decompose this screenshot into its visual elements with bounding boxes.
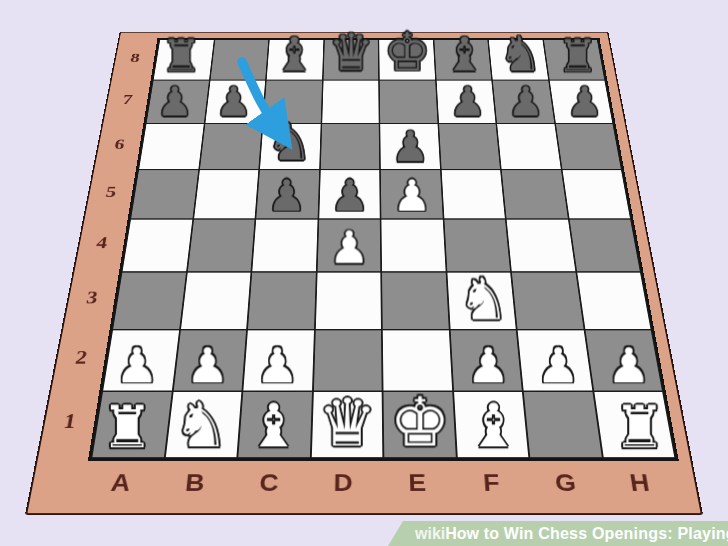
rank-label-1: 1 bbox=[42, 389, 96, 456]
file-label-h: H bbox=[599, 457, 682, 509]
square-c4 bbox=[251, 219, 318, 272]
square-f5 bbox=[440, 170, 505, 219]
square-a3 bbox=[112, 272, 186, 329]
square-b5 bbox=[193, 170, 259, 219]
wikihow-chess-illustration: 87654321 ♜♝♛♚♝♞♜♟♟♟♟♟♞♟♟♟♟♟♞♟♟♟♟♟♟♜♞♝♛♚♝… bbox=[0, 0, 728, 546]
square-d7 bbox=[321, 80, 379, 123]
move-arrow bbox=[222, 48, 306, 152]
file-label-g: G bbox=[526, 457, 606, 509]
rank-label-6: 6 bbox=[98, 122, 141, 168]
square-a2: ♟ bbox=[102, 329, 179, 391]
square-c5: ♟ bbox=[255, 170, 319, 219]
square-d1: ♛ bbox=[310, 391, 383, 458]
square-f7: ♟ bbox=[436, 80, 497, 123]
square-h4 bbox=[568, 219, 640, 272]
rank-label-4: 4 bbox=[78, 217, 125, 270]
square-f2: ♟ bbox=[449, 329, 523, 391]
square-a5 bbox=[130, 170, 198, 219]
black-pawn-a7: ♟ bbox=[146, 81, 203, 121]
square-e1: ♚ bbox=[383, 391, 457, 458]
chess-board-grid: ♜♝♛♚♝♞♜♟♟♟♟♟♞♟♟♟♟♟♞♟♟♟♟♟♟♜♞♝♛♚♝♜ bbox=[88, 38, 679, 460]
white-knight-f3: ♞ bbox=[450, 270, 516, 327]
file-label-d: D bbox=[306, 457, 381, 509]
black-bishop-f8: ♝ bbox=[436, 32, 491, 78]
white-pawn-d4: ♟ bbox=[317, 225, 380, 270]
file-label-e: E bbox=[380, 457, 456, 509]
square-h5 bbox=[561, 170, 631, 219]
white-rook-h1: ♜ bbox=[604, 398, 675, 456]
white-bishop-c1: ♝ bbox=[238, 396, 309, 456]
white-pawn-g2: ♟ bbox=[524, 341, 592, 389]
square-f3: ♞ bbox=[446, 272, 517, 329]
square-g4 bbox=[506, 219, 576, 272]
square-f4 bbox=[443, 219, 511, 272]
white-pawn-e5: ♟ bbox=[381, 174, 442, 217]
file-labels: ABCDEFGH bbox=[80, 457, 682, 509]
rank-label-8: 8 bbox=[115, 38, 155, 78]
white-pawn-c2: ♟ bbox=[243, 341, 311, 389]
rank-label-2: 2 bbox=[55, 327, 106, 389]
white-rook-a1: ♜ bbox=[92, 398, 163, 456]
square-g2: ♟ bbox=[517, 329, 593, 391]
chess-board: 87654321 ♜♝♛♚♝♞♜♟♟♟♟♟♞♟♟♟♟♟♞♟♟♟♟♟♟♜♞♝♛♚♝… bbox=[25, 32, 703, 515]
file-label-b: B bbox=[155, 457, 234, 509]
black-rook-a8: ♜ bbox=[153, 33, 208, 78]
rank-label-7: 7 bbox=[107, 79, 148, 122]
square-d3 bbox=[314, 272, 381, 329]
rank-label-5: 5 bbox=[88, 168, 133, 217]
square-e6: ♟ bbox=[379, 123, 440, 169]
square-a7: ♟ bbox=[146, 80, 210, 123]
file-label-a: A bbox=[80, 457, 162, 509]
square-f1: ♝ bbox=[453, 391, 530, 458]
black-pawn-e6: ♟ bbox=[381, 126, 440, 168]
square-e4 bbox=[381, 219, 447, 272]
square-g6 bbox=[496, 123, 561, 169]
white-king-e1: ♚ bbox=[384, 388, 455, 456]
square-b1: ♞ bbox=[164, 391, 242, 458]
square-g3 bbox=[511, 272, 584, 329]
rank-label-3: 3 bbox=[67, 270, 116, 327]
black-pawn-d5: ♟ bbox=[319, 174, 380, 217]
white-knight-b1: ♞ bbox=[165, 394, 236, 456]
square-e5: ♟ bbox=[380, 170, 443, 219]
wikihow-logo-how: How bbox=[445, 525, 479, 543]
square-g1 bbox=[523, 391, 603, 458]
square-c1: ♝ bbox=[237, 391, 312, 458]
square-b2: ♟ bbox=[172, 329, 247, 391]
square-e7 bbox=[379, 80, 438, 123]
square-a6 bbox=[138, 123, 204, 169]
white-pawn-a2: ♟ bbox=[103, 341, 171, 389]
black-knight-g8: ♞ bbox=[493, 30, 548, 78]
black-queen-d8: ♛ bbox=[323, 27, 378, 78]
square-h7: ♟ bbox=[549, 80, 614, 123]
square-h2: ♟ bbox=[584, 329, 663, 391]
square-h1: ♜ bbox=[593, 391, 676, 458]
square-d8: ♛ bbox=[322, 40, 379, 80]
caption-bar: wikiHow to Win Chess Openings: Playing B… bbox=[388, 521, 728, 546]
square-h6 bbox=[555, 123, 622, 169]
square-d2 bbox=[312, 329, 382, 391]
square-h8: ♜ bbox=[543, 40, 605, 80]
square-f6 bbox=[438, 123, 501, 169]
black-rook-h8: ♜ bbox=[550, 33, 605, 78]
square-f8: ♝ bbox=[433, 40, 492, 80]
black-king-e8: ♚ bbox=[380, 26, 435, 78]
white-pawn-h2: ♟ bbox=[594, 341, 662, 389]
square-e2 bbox=[382, 329, 453, 391]
square-d6 bbox=[320, 123, 380, 169]
square-c2: ♟ bbox=[242, 329, 314, 391]
white-bishop-f1: ♝ bbox=[457, 396, 528, 456]
file-label-c: C bbox=[230, 457, 307, 509]
square-a1: ♜ bbox=[91, 391, 172, 458]
square-b3 bbox=[180, 272, 252, 329]
square-g7: ♟ bbox=[492, 80, 555, 123]
square-g5 bbox=[501, 170, 568, 219]
black-pawn-h7: ♟ bbox=[556, 81, 613, 121]
square-g8: ♞ bbox=[488, 40, 549, 80]
white-queen-d1: ♛ bbox=[311, 390, 382, 456]
white-pawn-b2: ♟ bbox=[173, 341, 241, 389]
square-d4: ♟ bbox=[316, 219, 381, 272]
black-pawn-c5: ♟ bbox=[256, 174, 317, 217]
square-a4 bbox=[122, 219, 193, 272]
square-a8: ♜ bbox=[153, 40, 214, 80]
square-c3 bbox=[247, 272, 316, 329]
square-d5: ♟ bbox=[318, 170, 381, 219]
square-h3 bbox=[576, 272, 652, 329]
square-e3 bbox=[381, 272, 449, 329]
wikihow-logo-wiki: wiki bbox=[415, 525, 445, 543]
square-b4 bbox=[186, 219, 255, 272]
file-label-f: F bbox=[453, 457, 531, 509]
white-pawn-f2: ♟ bbox=[454, 341, 522, 389]
caption-title: to Win Chess Openings: Playing Black bbox=[479, 525, 728, 543]
square-e8: ♚ bbox=[379, 40, 436, 80]
black-pawn-g7: ♟ bbox=[497, 81, 554, 121]
black-pawn-f7: ♟ bbox=[439, 81, 496, 121]
